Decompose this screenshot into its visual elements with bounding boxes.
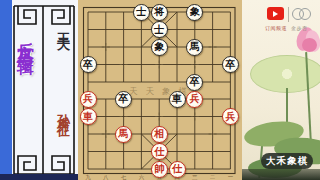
logo-divider <box>288 7 289 22</box>
video-frame: 反宫马专辑 王天一 孙勇征 天天象棋九八七六五四三二一 士将象士象馬卒卒卒卒車兵… <box>0 0 320 180</box>
lotus-flower-icon <box>302 38 317 52</box>
xiangqi-piece-red-車[interactable]: 車 <box>80 108 97 125</box>
play-triangle-icon <box>273 11 278 17</box>
xiangqi-piece-black-卒[interactable]: 卒 <box>186 74 203 91</box>
left-banner: 反宫马专辑 王天一 孙勇征 <box>0 0 78 180</box>
svg-text:八: 八 <box>103 174 109 180</box>
banner-bottom-strip <box>0 174 78 180</box>
lotus-leaf-icon <box>250 55 320 93</box>
svg-text:三: 三 <box>192 174 198 180</box>
xiangqi-piece-black-卒[interactable]: 卒 <box>80 56 97 73</box>
channel-name-badge: 大禾象棋 <box>261 153 313 169</box>
svg-text:天天象棋: 天天象棋 <box>129 86 195 96</box>
youtube-icon <box>267 7 284 20</box>
xiangqi-board[interactable]: 天天象棋九八七六五四三二一 士将象士象馬卒卒卒卒車兵兵車兵馬相仕帥仕 <box>78 0 242 180</box>
xiangqi-piece-red-仕[interactable]: 仕 <box>169 161 186 178</box>
xiangqi-piece-black-卒[interactable]: 卒 <box>222 56 239 73</box>
svg-text:七: 七 <box>121 174 127 180</box>
series-title: 反宫马专辑 <box>14 28 37 48</box>
xiangqi-piece-black-将[interactable]: 将 <box>151 4 168 21</box>
xiangqi-piece-red-兵[interactable]: 兵 <box>222 108 239 125</box>
xiangqi-piece-black-馬[interactable]: 馬 <box>186 39 203 56</box>
right-panel: 订阅频道 金步否 大禾象棋 <box>242 0 320 180</box>
xiangqi-piece-red-仕[interactable]: 仕 <box>151 143 168 160</box>
xiangqi-piece-black-象[interactable]: 象 <box>186 4 203 21</box>
xiangqi-piece-black-卒[interactable]: 卒 <box>115 91 132 108</box>
player-name-top: 王天一 <box>54 22 72 40</box>
xiangqi-piece-black-象[interactable]: 象 <box>151 39 168 56</box>
xiangqi-piece-red-兵[interactable]: 兵 <box>186 91 203 108</box>
pond-shadow <box>242 169 320 180</box>
xiangqi-piece-red-帥[interactable]: 帥 <box>151 161 168 178</box>
xiangqi-piece-red-兵[interactable]: 兵 <box>80 91 97 108</box>
xiangqi-piece-red-相[interactable]: 相 <box>151 126 168 143</box>
logo-caption: 金步否 <box>291 25 308 31</box>
svg-text:一: 一 <box>228 174 234 180</box>
subscribe-caption: 订阅频道 <box>265 25 287 31</box>
xiangqi-piece-black-車[interactable]: 車 <box>169 91 186 108</box>
svg-text:九: 九 <box>85 174 91 180</box>
xiangqi-piece-red-馬[interactable]: 馬 <box>115 126 132 143</box>
xiangqi-piece-black-士[interactable]: 士 <box>133 4 150 21</box>
channel-rings-icon <box>299 8 311 20</box>
player-name-bottom: 孙勇征 <box>54 104 72 119</box>
svg-text:六: 六 <box>139 174 145 180</box>
xiangqi-piece-black-士[interactable]: 士 <box>151 21 168 38</box>
svg-text:二: 二 <box>210 174 216 180</box>
